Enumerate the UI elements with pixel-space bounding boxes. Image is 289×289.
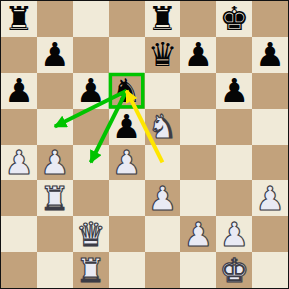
- square-g8[interactable]: ♚: [216, 1, 252, 37]
- square-a4[interactable]: ♟: [1, 145, 37, 181]
- square-h2[interactable]: [252, 216, 288, 252]
- square-f3[interactable]: [180, 180, 216, 216]
- square-g6[interactable]: ♟: [216, 73, 252, 109]
- white-pawn[interactable]: ♟: [40, 146, 70, 179]
- black-pawn[interactable]: ♟: [40, 38, 70, 71]
- square-e5[interactable]: ♞: [145, 109, 181, 145]
- black-rook[interactable]: ♜: [148, 2, 178, 35]
- square-e6[interactable]: [145, 73, 181, 109]
- square-f8[interactable]: [180, 1, 216, 37]
- square-h4[interactable]: [252, 145, 288, 181]
- square-e2[interactable]: [145, 216, 181, 252]
- black-queen[interactable]: ♛: [148, 38, 178, 71]
- square-h3[interactable]: ♟: [252, 180, 288, 216]
- square-d8[interactable]: [109, 1, 145, 37]
- square-g1[interactable]: ♚: [216, 252, 252, 288]
- square-d1[interactable]: [109, 252, 145, 288]
- square-c2[interactable]: ♛: [73, 216, 109, 252]
- square-f6[interactable]: [180, 73, 216, 109]
- chess-board: ♜♜♚♟♛♟♟♟♟♞♟♟♞♟♟♟♜♟♟♛♟♟♜♚: [0, 0, 289, 289]
- black-knight[interactable]: ♞: [112, 74, 142, 107]
- square-b2[interactable]: [37, 216, 73, 252]
- square-a3[interactable]: [1, 180, 37, 216]
- square-g4[interactable]: [216, 145, 252, 181]
- square-g5[interactable]: [216, 109, 252, 145]
- square-c1[interactable]: ♜: [73, 252, 109, 288]
- square-h1[interactable]: [252, 252, 288, 288]
- white-queen[interactable]: ♛: [76, 218, 106, 251]
- square-d2[interactable]: [109, 216, 145, 252]
- square-c7[interactable]: [73, 37, 109, 73]
- white-king[interactable]: ♚: [219, 254, 249, 287]
- white-pawn[interactable]: ♟: [4, 146, 34, 179]
- white-pawn[interactable]: ♟: [148, 182, 178, 215]
- square-a1[interactable]: [1, 252, 37, 288]
- square-d7[interactable]: [109, 37, 145, 73]
- square-f5[interactable]: [180, 109, 216, 145]
- square-c6[interactable]: ♟: [73, 73, 109, 109]
- square-a6[interactable]: ♟: [1, 73, 37, 109]
- white-pawn[interactable]: ♟: [255, 182, 285, 215]
- square-f2[interactable]: ♟: [180, 216, 216, 252]
- square-a5[interactable]: [1, 109, 37, 145]
- white-pawn[interactable]: ♟: [184, 218, 214, 251]
- square-e1[interactable]: [145, 252, 181, 288]
- square-h8[interactable]: [252, 1, 288, 37]
- square-d4[interactable]: ♟: [109, 145, 145, 181]
- black-king[interactable]: ♚: [219, 2, 249, 35]
- square-c8[interactable]: [73, 1, 109, 37]
- square-d3[interactable]: [109, 180, 145, 216]
- square-e7[interactable]: ♛: [145, 37, 181, 73]
- black-pawn[interactable]: ♟: [219, 74, 249, 107]
- white-pawn[interactable]: ♟: [219, 218, 249, 251]
- white-knight[interactable]: ♞: [148, 110, 178, 143]
- square-f7[interactable]: ♟: [180, 37, 216, 73]
- square-d5[interactable]: ♟: [109, 109, 145, 145]
- chess-board-wrap: ♜♜♚♟♛♟♟♟♟♞♟♟♞♟♟♟♜♟♟♛♟♟♜♚: [0, 0, 289, 289]
- black-pawn[interactable]: ♟: [255, 38, 285, 71]
- square-e4[interactable]: [145, 145, 181, 181]
- black-pawn[interactable]: ♟: [76, 74, 106, 107]
- square-e8[interactable]: ♜: [145, 1, 181, 37]
- square-b8[interactable]: [37, 1, 73, 37]
- square-c5[interactable]: [73, 109, 109, 145]
- square-h5[interactable]: [252, 109, 288, 145]
- black-pawn[interactable]: ♟: [4, 74, 34, 107]
- square-a2[interactable]: [1, 216, 37, 252]
- black-pawn[interactable]: ♟: [184, 38, 214, 71]
- black-rook[interactable]: ♜: [4, 2, 34, 35]
- square-h6[interactable]: [252, 73, 288, 109]
- square-a7[interactable]: [1, 37, 37, 73]
- square-b7[interactable]: ♟: [37, 37, 73, 73]
- square-b5[interactable]: [37, 109, 73, 145]
- white-rook[interactable]: ♜: [40, 182, 70, 215]
- square-b4[interactable]: ♟: [37, 145, 73, 181]
- square-g2[interactable]: ♟: [216, 216, 252, 252]
- square-b6[interactable]: [37, 73, 73, 109]
- black-pawn[interactable]: ♟: [112, 110, 142, 143]
- square-b3[interactable]: ♜: [37, 180, 73, 216]
- square-g3[interactable]: [216, 180, 252, 216]
- square-a8[interactable]: ♜: [1, 1, 37, 37]
- square-c3[interactable]: [73, 180, 109, 216]
- square-h7[interactable]: ♟: [252, 37, 288, 73]
- white-rook[interactable]: ♜: [76, 254, 106, 287]
- square-c4[interactable]: [73, 145, 109, 181]
- square-e3[interactable]: ♟: [145, 180, 181, 216]
- square-b1[interactable]: [37, 252, 73, 288]
- square-f1[interactable]: [180, 252, 216, 288]
- square-d6[interactable]: ♞: [109, 73, 145, 109]
- square-f4[interactable]: [180, 145, 216, 181]
- white-pawn[interactable]: ♟: [112, 146, 142, 179]
- square-g7[interactable]: [216, 37, 252, 73]
